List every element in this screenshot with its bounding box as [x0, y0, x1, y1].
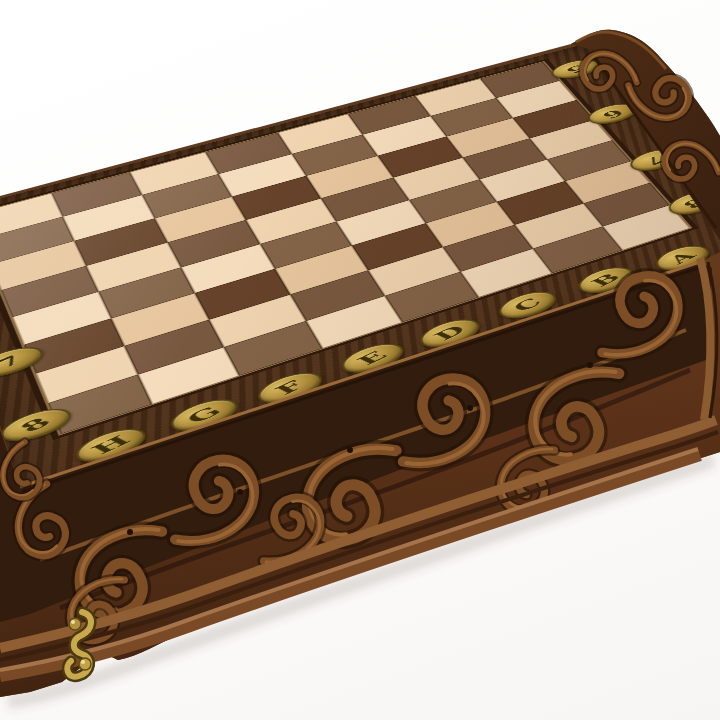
right-carved-rim	[571, 30, 720, 240]
carved-decoration	[0, 0, 720, 720]
product-photo-scene: ABCDEFGH567878	[0, 0, 720, 720]
front-carved-band	[0, 252, 720, 697]
